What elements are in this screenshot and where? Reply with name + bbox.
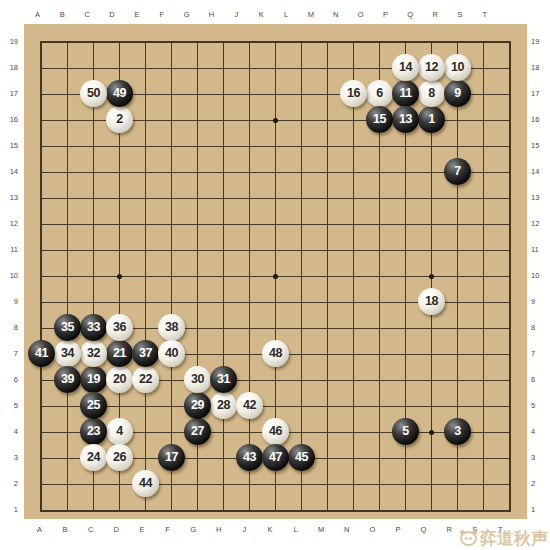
white-stone-6: 6 (366, 80, 393, 107)
column-label: O (365, 525, 379, 535)
column-label: Q (417, 525, 431, 535)
row-label: 17 (531, 89, 547, 99)
white-stone-16: 16 (340, 80, 367, 107)
white-stone-44: 44 (132, 470, 159, 497)
column-label: A (33, 525, 47, 535)
row-label: 2 (531, 479, 547, 489)
black-stone-9: 9 (444, 80, 471, 107)
column-label: G (180, 10, 194, 20)
black-stone-11: 11 (392, 80, 419, 107)
column-label: L (289, 525, 303, 535)
row-label: 8 (2, 323, 18, 333)
black-stone-23: 23 (80, 418, 107, 445)
row-label: 11 (2, 245, 18, 255)
black-stone-35: 35 (54, 314, 81, 341)
white-stone-14: 14 (392, 54, 419, 81)
star-point (273, 274, 278, 279)
white-stone-32: 32 (80, 340, 107, 367)
go-kifu-diagram: ABCDEFGHJKLMNOPQRST ABCDEFGHJKLMNOPQRST … (0, 0, 550, 550)
white-stone-46: 46 (262, 418, 289, 445)
column-label: C (84, 525, 98, 535)
row-label: 6 (2, 375, 18, 385)
black-stone-49: 49 (106, 80, 133, 107)
black-stone-17: 17 (158, 444, 185, 471)
column-label: C (80, 10, 94, 20)
column-label: L (279, 10, 293, 20)
white-stone-34: 34 (54, 340, 81, 367)
row-label: 11 (531, 245, 547, 255)
row-label: 5 (2, 401, 18, 411)
row-label: 12 (2, 219, 18, 229)
column-label: E (130, 10, 144, 20)
watermark-text: 弈道秋声 (480, 527, 548, 550)
row-label: 16 (531, 115, 547, 125)
row-label: 6 (531, 375, 547, 385)
row-label: 9 (2, 297, 18, 307)
column-label: D (105, 10, 119, 20)
column-label: N (340, 525, 354, 535)
white-stone-50: 50 (80, 80, 107, 107)
white-stone-24: 24 (80, 444, 107, 471)
column-label: J (237, 525, 251, 535)
white-stone-30: 30 (184, 366, 211, 393)
black-stone-3: 3 (444, 418, 471, 445)
column-label: Q (403, 10, 417, 20)
column-label: K (263, 525, 277, 535)
row-label: 2 (2, 479, 18, 489)
column-label: B (58, 525, 72, 535)
black-stone-21: 21 (106, 340, 133, 367)
black-stone-1: 1 (418, 106, 445, 133)
row-label: 12 (531, 219, 547, 229)
black-stone-31: 31 (210, 366, 237, 393)
row-label: 9 (531, 297, 547, 307)
watermark: 弈道秋声 (460, 527, 548, 550)
column-label: H (204, 10, 218, 20)
row-label: 8 (531, 323, 547, 333)
row-label: 19 (2, 37, 18, 47)
column-label: M (314, 525, 328, 535)
black-stone-45: 45 (288, 444, 315, 471)
black-stone-5: 5 (392, 418, 419, 445)
column-label: F (155, 10, 169, 20)
column-label: P (391, 525, 405, 535)
row-label: 18 (2, 63, 18, 73)
row-label: 7 (2, 349, 18, 359)
black-stone-27: 27 (184, 418, 211, 445)
black-stone-43: 43 (236, 444, 263, 471)
white-stone-42: 42 (236, 392, 263, 419)
black-stone-47: 47 (262, 444, 289, 471)
star-point (429, 274, 434, 279)
white-stone-40: 40 (158, 340, 185, 367)
column-label: A (31, 10, 45, 20)
white-stone-18: 18 (418, 288, 445, 315)
black-stone-7: 7 (444, 158, 471, 185)
column-label: M (304, 10, 318, 20)
column-label: N (329, 10, 343, 20)
row-label: 5 (531, 401, 547, 411)
row-label: 4 (2, 427, 18, 437)
white-stone-36: 36 (106, 314, 133, 341)
row-label: 19 (531, 37, 547, 47)
black-stone-19: 19 (80, 366, 107, 393)
row-label: 1 (531, 505, 547, 515)
white-stone-26: 26 (106, 444, 133, 471)
panda-face-icon (460, 531, 477, 546)
star-point (273, 118, 278, 123)
row-label: 4 (531, 427, 547, 437)
column-label: R (442, 525, 456, 535)
column-label: S (453, 10, 467, 20)
black-stone-39: 39 (54, 366, 81, 393)
row-label: 18 (531, 63, 547, 73)
column-label: H (212, 525, 226, 535)
column-label: E (135, 525, 149, 535)
column-label: J (229, 10, 243, 20)
column-label: P (378, 10, 392, 20)
column-label: G (186, 525, 200, 535)
star-point (117, 274, 122, 279)
black-stone-33: 33 (80, 314, 107, 341)
column-label: K (254, 10, 268, 20)
row-label: 10 (531, 271, 547, 281)
black-stone-15: 15 (366, 106, 393, 133)
black-stone-25: 25 (80, 392, 107, 419)
column-label: D (109, 525, 123, 535)
black-stone-37: 37 (132, 340, 159, 367)
row-label: 17 (2, 89, 18, 99)
row-label: 13 (2, 193, 18, 203)
white-stone-38: 38 (158, 314, 185, 341)
white-stone-2: 2 (106, 106, 133, 133)
white-stone-28: 28 (210, 392, 237, 419)
column-label: O (354, 10, 368, 20)
star-point (429, 430, 434, 435)
row-label: 16 (2, 115, 18, 125)
white-stone-10: 10 (444, 54, 471, 81)
white-stone-20: 20 (106, 366, 133, 393)
black-stone-13: 13 (392, 106, 419, 133)
black-stone-41: 41 (28, 340, 55, 367)
row-label: 15 (2, 141, 18, 151)
column-label: R (428, 10, 442, 20)
black-stone-29: 29 (184, 392, 211, 419)
column-label: F (161, 525, 175, 535)
row-label: 3 (531, 453, 547, 463)
row-label: 3 (2, 453, 18, 463)
white-stone-4: 4 (106, 418, 133, 445)
white-stone-22: 22 (132, 366, 159, 393)
white-stone-12: 12 (418, 54, 445, 81)
row-label: 13 (531, 193, 547, 203)
row-label: 10 (2, 271, 18, 281)
row-label: 14 (2, 167, 18, 177)
row-label: 15 (531, 141, 547, 151)
row-label: 7 (531, 349, 547, 359)
white-stone-8: 8 (418, 80, 445, 107)
row-label: 1 (2, 505, 18, 515)
column-label: T (478, 10, 492, 20)
row-label: 14 (531, 167, 547, 177)
white-stone-48: 48 (262, 340, 289, 367)
column-label: B (55, 10, 69, 20)
